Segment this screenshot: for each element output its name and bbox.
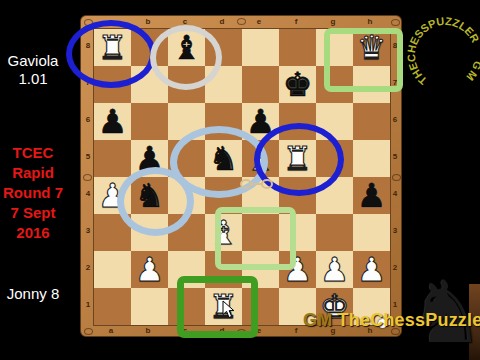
rank-label-right-5: 5 (389, 152, 401, 161)
mouse-cursor-icon (222, 300, 236, 320)
rank-label-right-3: 3 (389, 226, 401, 235)
rank-label-right-2: 2 (389, 263, 401, 272)
rank-label-right-4: 4 (389, 189, 401, 198)
black-player-version: 1.01 (0, 70, 66, 88)
annotation-green-box-h8 (324, 28, 403, 92)
file-label-bottom-b: b (142, 326, 154, 335)
frame-screw-icon (237, 18, 246, 25)
square-h3[interactable] (353, 214, 390, 251)
square-g3[interactable] (316, 214, 353, 251)
square-b2[interactable]: ♟ (131, 251, 168, 288)
rank-label-left-1: 1 (82, 300, 94, 309)
rank-label-left-5: 5 (82, 152, 94, 161)
annotation-small-ring-right (261, 179, 273, 189)
svg-text:GM: GM (464, 60, 480, 84)
piece-black-pawn[interactable]: ♟ (357, 177, 387, 214)
annotation-white-circle-c8 (150, 25, 222, 90)
rank-label-right-6: 6 (389, 115, 401, 124)
square-b1[interactable] (131, 288, 168, 325)
rank-label-right-1: 1 (389, 300, 401, 309)
frame-screw-icon (392, 174, 401, 181)
file-label-top-g: g (327, 17, 339, 26)
rank-label-left-6: 6 (82, 115, 94, 124)
square-e8[interactable] (242, 29, 279, 66)
piece-white-pawn[interactable]: ♟ (320, 251, 350, 288)
rank-label-left-3: 3 (82, 226, 94, 235)
event-line-1: TCEC (0, 143, 66, 163)
square-f7[interactable]: ♚ (279, 66, 316, 103)
annotation-small-ring-left (240, 179, 252, 189)
square-h4[interactable]: ♟ (353, 177, 390, 214)
file-label-bottom-f: f (290, 326, 302, 335)
square-f8[interactable] (279, 29, 316, 66)
file-label-bottom-a: a (105, 326, 117, 335)
square-a5[interactable] (94, 140, 131, 177)
channel-watermark: GM TheChessPuzzler (303, 310, 480, 331)
square-a2[interactable] (94, 251, 131, 288)
watermark-gm-text: GM (303, 310, 338, 330)
annotation-darkgreen-box-d1 (177, 276, 258, 338)
piece-white-pawn[interactable]: ♟ (357, 251, 387, 288)
annotation-ring-connector (252, 183, 262, 185)
square-a1[interactable] (94, 288, 131, 325)
piece-black-pawn[interactable]: ♟ (98, 103, 128, 140)
event-line-4: 7 Sept (0, 203, 66, 223)
white-player-name: Jonny 8 (0, 285, 66, 303)
square-g2[interactable]: ♟ (316, 251, 353, 288)
square-b6[interactable] (131, 103, 168, 140)
square-h6[interactable] (353, 103, 390, 140)
square-e7[interactable] (242, 66, 279, 103)
square-h2[interactable]: ♟ (353, 251, 390, 288)
file-label-top-f: f (290, 17, 302, 26)
watermark-name-text: TheChessPuzzler (338, 310, 480, 330)
black-player-name: Gaviola (0, 52, 66, 70)
circle-logo-gm-text: GM (464, 60, 480, 84)
file-label-top-b: b (142, 17, 154, 26)
screenshot-stage: Gaviola 1.01 TCEC Rapid Round 7 7 Sept 2… (0, 0, 480, 360)
file-label-top-d: d (216, 17, 228, 26)
rank-label-left-4: 4 (82, 189, 94, 198)
event-line-3: Round 7 (0, 183, 66, 203)
frame-screw-icon (83, 174, 92, 181)
square-a6[interactable]: ♟ (94, 103, 131, 140)
event-line-2: Rapid (0, 163, 66, 183)
rank-label-left-2: 2 (82, 263, 94, 272)
piece-black-king[interactable]: ♚ (283, 66, 313, 103)
event-line-5: 2016 (0, 223, 66, 243)
annotation-blue-circle-a8 (66, 20, 156, 88)
channel-circle-logo: THECHESSPUZZLER GM (395, 5, 480, 105)
annotation-lightgreen-box-d3 (215, 207, 296, 270)
file-label-top-h: h (364, 17, 376, 26)
square-h5[interactable] (353, 140, 390, 177)
frame-screw-icon (84, 328, 93, 335)
piece-white-pawn[interactable]: ♟ (135, 251, 165, 288)
annotation-lightblue-circle-b4 (117, 167, 194, 236)
file-label-top-e: e (253, 17, 265, 26)
